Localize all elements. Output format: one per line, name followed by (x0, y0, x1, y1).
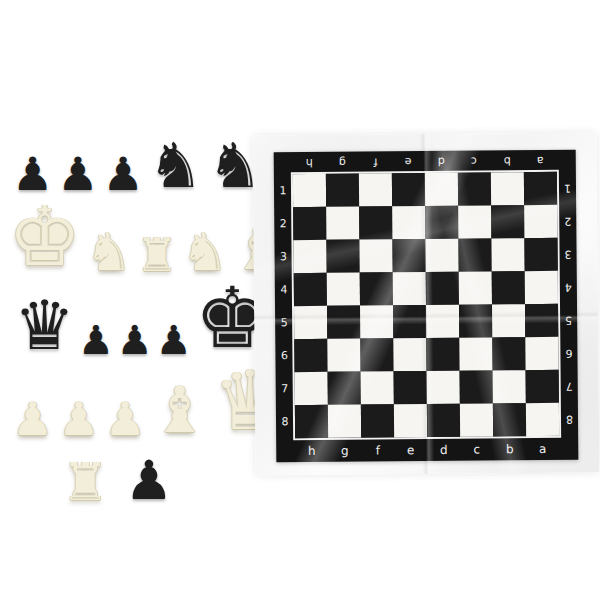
board-square-b4 (492, 271, 525, 304)
board-square-b5 (492, 304, 525, 337)
rank-label-right-6: 6 (561, 337, 575, 370)
board-square-a6 (525, 337, 558, 370)
board-square-g3 (326, 240, 359, 273)
board-square-h7 (295, 372, 328, 405)
board-square-g5 (327, 306, 360, 339)
board-square-f1 (359, 173, 392, 206)
board-square-b8 (493, 403, 526, 436)
rank-label-left-5: 5 (277, 306, 291, 339)
rank-label-left-7: 7 (278, 372, 292, 405)
rank-labels-right: 12345678 (560, 172, 576, 436)
board-square-e5 (393, 305, 426, 338)
file-label-top-a: a (524, 153, 557, 168)
board-square-c1 (458, 172, 491, 205)
file-label-top-d: d (425, 154, 458, 169)
rank-label-left-8: 8 (278, 405, 292, 438)
file-label-bottom-b: b (493, 441, 526, 456)
file-label-bottom-c: c (460, 441, 493, 456)
board-square-h1 (293, 174, 326, 207)
white-pawn-piece: ♟ (12, 396, 53, 442)
board-square-h3 (293, 240, 326, 273)
rank-label-right-4: 4 (561, 271, 575, 304)
board-square-c7 (460, 370, 493, 403)
board-square-a5 (525, 304, 558, 337)
black-pawn-piece: ♟ (117, 320, 153, 360)
board-square-d3 (425, 239, 458, 272)
board-square-a3 (524, 238, 557, 271)
rank-label-left-6: 6 (277, 339, 291, 372)
black-pawn-piece: ♟ (78, 320, 114, 360)
rank-label-right-3: 3 (560, 238, 574, 271)
board-square-c4 (459, 271, 492, 304)
board-square-d2 (425, 206, 458, 239)
black-knight-piece: ♞ (148, 135, 204, 197)
board-square-h2 (293, 207, 326, 240)
board-square-h6 (294, 339, 327, 372)
rank-label-right-8: 8 (562, 403, 576, 436)
board-square-d8 (427, 404, 460, 437)
board-square-f6 (360, 338, 393, 371)
board-inner-frame (291, 170, 561, 440)
board-square-g6 (327, 339, 360, 372)
board-square-b2 (491, 205, 524, 238)
rank-label-right-1: 1 (560, 172, 574, 205)
rank-label-left-4: 4 (277, 273, 291, 306)
board-square-d1 (425, 173, 458, 206)
rank-label-right-7: 7 (562, 370, 576, 403)
board-square-c2 (458, 205, 491, 238)
board-square-b6 (492, 337, 525, 370)
board-square-c8 (460, 403, 493, 436)
board-square-d6 (426, 338, 459, 371)
board-square-a2 (524, 205, 557, 238)
board-square-e1 (392, 173, 425, 206)
black-pawn-piece: ♟ (125, 454, 173, 508)
bottom-piece-pair: ♜♟ (62, 454, 173, 508)
board-square-d5 (426, 305, 459, 338)
board-square-a1 (524, 172, 557, 205)
black-queen-piece: ♛ (14, 292, 75, 360)
vinyl-chessboard-mat: hgfedcba hgfedcba 12345678 12345678 (253, 133, 600, 476)
board-square-g8 (328, 405, 361, 438)
board-square-e2 (392, 206, 425, 239)
board-square-h5 (294, 306, 327, 339)
file-label-top-c: c (458, 153, 491, 168)
board-square-g7 (328, 372, 361, 405)
board-square-b1 (491, 172, 524, 205)
board-grid (293, 172, 559, 438)
board-square-a4 (525, 271, 558, 304)
board-square-e6 (393, 338, 426, 371)
chess-set-product-photo: ♟♟♟♞♞♝♜ ♚♞♜♞♝♟♟♟ ♛♟♟♟♚♟♜♝ ♟♟♟♝♛♟♟ ♜♟ hgf… (0, 0, 600, 600)
file-label-bottom-h: h (295, 443, 328, 458)
white-knight-piece: ♞ (86, 226, 133, 278)
board-square-h8 (295, 405, 328, 438)
board-square-a8 (526, 403, 559, 436)
board-square-g4 (327, 273, 360, 306)
board-square-b7 (493, 370, 526, 403)
rank-label-left-1: 1 (276, 174, 290, 207)
board-square-c6 (459, 337, 492, 370)
rank-label-left-2: 2 (276, 207, 290, 240)
board-square-f4 (360, 272, 393, 305)
board-square-c3 (458, 238, 491, 271)
board-square-f5 (360, 305, 393, 338)
board-square-e8 (394, 404, 427, 437)
white-king-piece: ♚ (8, 196, 82, 278)
board-square-f2 (359, 206, 392, 239)
board-square-h4 (294, 273, 327, 306)
file-labels-top: hgfedcba (293, 153, 557, 170)
board-square-f3 (359, 239, 392, 272)
rank-label-right-2: 2 (560, 205, 574, 238)
white-rook-piece: ♜ (62, 456, 109, 508)
board-square-g2 (326, 207, 359, 240)
file-label-top-h: h (293, 155, 326, 170)
chessboard: hgfedcba hgfedcba 12345678 12345678 (274, 150, 579, 463)
file-label-bottom-a: a (526, 441, 559, 456)
white-rook-piece: ♜ (136, 232, 177, 278)
white-pawn-piece: ♟ (105, 396, 146, 442)
board-square-d7 (427, 371, 460, 404)
white-pawn-piece: ♟ (58, 396, 99, 442)
board-square-e7 (394, 371, 427, 404)
file-label-top-e: e (392, 154, 425, 169)
file-label-bottom-f: f (361, 442, 394, 457)
file-labels-bottom: hgfedcba (295, 441, 559, 458)
rank-label-left-3: 3 (276, 240, 290, 273)
file-label-top-f: f (359, 154, 392, 169)
rank-labels-left: 12345678 (276, 174, 292, 438)
rank-label-right-5: 5 (561, 304, 575, 337)
board-square-f7 (361, 371, 394, 404)
file-label-bottom-g: g (328, 443, 361, 458)
board-square-a7 (526, 370, 559, 403)
file-label-top-b: b (491, 153, 524, 168)
board-square-c5 (459, 304, 492, 337)
board-square-e4 (393, 272, 426, 305)
white-bishop-piece: ♝ (151, 378, 208, 442)
board-square-e3 (392, 239, 425, 272)
black-pawn-piece: ♟ (103, 151, 144, 197)
black-pawn-piece: ♟ (156, 320, 192, 360)
file-label-bottom-d: d (427, 442, 460, 457)
board-square-g1 (326, 174, 359, 207)
board-square-d4 (426, 272, 459, 305)
board-square-b3 (491, 238, 524, 271)
file-label-bottom-e: e (394, 442, 427, 457)
board-square-f8 (361, 404, 394, 437)
file-label-top-g: g (326, 155, 359, 170)
